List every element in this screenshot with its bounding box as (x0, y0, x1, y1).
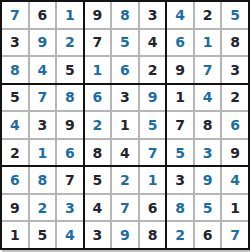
cell-r7c2[interactable]: 8 (30, 167, 56, 193)
cell-r2c8[interactable]: 1 (195, 30, 221, 56)
cell-r7c9[interactable]: 4 (222, 167, 248, 193)
cell-r1c3[interactable]: 1 (57, 2, 83, 28)
cell-r3c3[interactable]: 5 (57, 57, 83, 83)
cell-r9c8[interactable]: 6 (195, 222, 221, 248)
cell-r8c7[interactable]: 8 (167, 195, 193, 221)
cell-r8c6[interactable]: 6 (140, 195, 166, 221)
cell-r7c7[interactable]: 3 (167, 167, 193, 193)
cell-r6c6[interactable]: 7 (140, 140, 166, 166)
cell-r9c9[interactable]: 7 (222, 222, 248, 248)
cell-r6c9[interactable]: 9 (222, 140, 248, 166)
cell-r1c5[interactable]: 8 (112, 2, 138, 28)
cell-r9c1[interactable]: 1 (2, 222, 28, 248)
cell-r7c4[interactable]: 5 (85, 167, 111, 193)
cell-r4c6[interactable]: 9 (140, 85, 166, 111)
cell-r9c7[interactable]: 2 (167, 222, 193, 248)
cell-r5c1[interactable]: 4 (2, 112, 28, 138)
sudoku-box-6: 142786539 (167, 85, 248, 166)
cell-r2c3[interactable]: 2 (57, 30, 83, 56)
cell-r3c9[interactable]: 3 (222, 57, 248, 83)
cell-r2c7[interactable]: 6 (167, 30, 193, 56)
cell-r4c2[interactable]: 7 (30, 85, 56, 111)
cell-r4c7[interactable]: 1 (167, 85, 193, 111)
cell-r3c7[interactable]: 9 (167, 57, 193, 83)
cell-r7c3[interactable]: 7 (57, 167, 83, 193)
cell-r7c6[interactable]: 1 (140, 167, 166, 193)
cell-r1c6[interactable]: 3 (140, 2, 166, 28)
cell-r5c3[interactable]: 9 (57, 112, 83, 138)
cell-r4c3[interactable]: 8 (57, 85, 83, 111)
cell-r6c1[interactable]: 2 (2, 140, 28, 166)
cell-r9c4[interactable]: 3 (85, 222, 111, 248)
cell-r2c1[interactable]: 3 (2, 30, 28, 56)
cell-r8c5[interactable]: 7 (112, 195, 138, 221)
sudoku-box-7: 687923154 (2, 167, 83, 248)
sudoku-box-3: 425618973 (167, 2, 248, 83)
cell-r1c8[interactable]: 2 (195, 2, 221, 28)
cell-r4c1[interactable]: 5 (2, 85, 28, 111)
cell-r3c5[interactable]: 6 (112, 57, 138, 83)
cell-r5c5[interactable]: 1 (112, 112, 138, 138)
cell-r7c1[interactable]: 6 (2, 167, 28, 193)
sudoku-board: 7613928459837541624256189735784392166392… (0, 0, 250, 250)
cell-r3c8[interactable]: 7 (195, 57, 221, 83)
cell-r8c9[interactable]: 1 (222, 195, 248, 221)
cell-r3c2[interactable]: 4 (30, 57, 56, 83)
sudoku-box-2: 983754162 (85, 2, 166, 83)
sudoku-box-1: 761392845 (2, 2, 83, 83)
cell-r5c6[interactable]: 5 (140, 112, 166, 138)
sudoku-stage: 7613928459837541624256189735784392166392… (0, 0, 250, 252)
cell-r6c3[interactable]: 6 (57, 140, 83, 166)
sudoku-box-4: 578439216 (2, 85, 83, 166)
cell-r9c3[interactable]: 4 (57, 222, 83, 248)
cell-r5c8[interactable]: 8 (195, 112, 221, 138)
cell-r3c4[interactable]: 1 (85, 57, 111, 83)
cell-r6c2[interactable]: 1 (30, 140, 56, 166)
cell-r4c4[interactable]: 6 (85, 85, 111, 111)
cell-r8c1[interactable]: 9 (2, 195, 28, 221)
cell-r2c5[interactable]: 5 (112, 30, 138, 56)
cell-r5c2[interactable]: 3 (30, 112, 56, 138)
cell-r1c9[interactable]: 5 (222, 2, 248, 28)
sudoku-box-9: 394851267 (167, 167, 248, 248)
cell-r5c7[interactable]: 7 (167, 112, 193, 138)
cell-r8c4[interactable]: 4 (85, 195, 111, 221)
sudoku-box-5: 639215847 (85, 85, 166, 166)
cell-r1c2[interactable]: 6 (30, 2, 56, 28)
cell-r8c8[interactable]: 5 (195, 195, 221, 221)
cell-r7c5[interactable]: 2 (112, 167, 138, 193)
cell-r5c4[interactable]: 2 (85, 112, 111, 138)
cell-r1c4[interactable]: 9 (85, 2, 111, 28)
cell-r2c6[interactable]: 4 (140, 30, 166, 56)
cell-r3c1[interactable]: 8 (2, 57, 28, 83)
cell-r3c6[interactable]: 2 (140, 57, 166, 83)
cell-r6c5[interactable]: 4 (112, 140, 138, 166)
cell-r4c5[interactable]: 3 (112, 85, 138, 111)
cell-r9c6[interactable]: 8 (140, 222, 166, 248)
cell-r4c8[interactable]: 4 (195, 85, 221, 111)
sudoku-box-8: 521476398 (85, 167, 166, 248)
cell-r2c2[interactable]: 9 (30, 30, 56, 56)
cell-r8c3[interactable]: 3 (57, 195, 83, 221)
cell-r5c9[interactable]: 6 (222, 112, 248, 138)
cell-r4c9[interactable]: 2 (222, 85, 248, 111)
cell-r1c1[interactable]: 7 (2, 2, 28, 28)
cell-r6c4[interactable]: 8 (85, 140, 111, 166)
cell-r7c8[interactable]: 9 (195, 167, 221, 193)
cell-r6c8[interactable]: 3 (195, 140, 221, 166)
cell-r1c7[interactable]: 4 (167, 2, 193, 28)
cell-r2c4[interactable]: 7 (85, 30, 111, 56)
cell-r8c2[interactable]: 2 (30, 195, 56, 221)
cell-r6c7[interactable]: 5 (167, 140, 193, 166)
cell-r2c9[interactable]: 8 (222, 30, 248, 56)
cell-r9c2[interactable]: 5 (30, 222, 56, 248)
cell-r9c5[interactable]: 9 (112, 222, 138, 248)
